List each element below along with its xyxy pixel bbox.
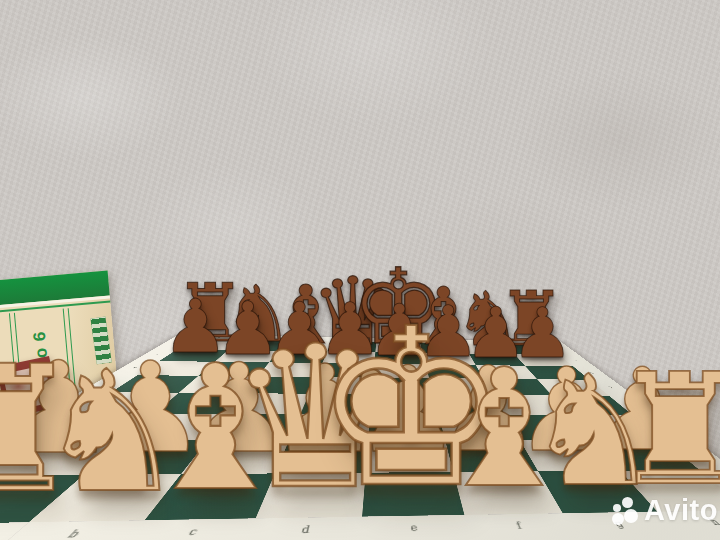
square-d3 — [289, 414, 370, 440]
box-art-graphic — [90, 317, 111, 365]
avito-watermark: Avito — [612, 494, 718, 527]
square-b8 — [228, 340, 286, 351]
square-c5 — [245, 376, 317, 393]
square-f5 — [429, 378, 493, 395]
square-e3 — [368, 414, 445, 439]
square-d4 — [300, 394, 372, 415]
square-e5 — [372, 378, 433, 395]
square-d7 — [322, 351, 375, 363]
square-e7 — [374, 352, 425, 364]
photo-scene: AMENT No 6 abcdefgh8877665544332211abcde… — [0, 0, 720, 540]
square-d5 — [309, 377, 373, 394]
file-label-bottom-c: c — [123, 518, 255, 540]
square-c8 — [278, 341, 331, 352]
file-label-bottom-e: e — [360, 515, 471, 540]
square-f7 — [422, 353, 475, 365]
square-e6 — [373, 364, 429, 378]
square-e1 — [362, 472, 464, 517]
square-d6 — [316, 363, 374, 377]
file-label-bottom-d: d — [244, 516, 362, 540]
watermark-text: Avito — [644, 494, 718, 527]
avito-logo-icon — [612, 497, 639, 524]
square-c6 — [258, 362, 322, 377]
square-c7 — [269, 351, 327, 363]
square-e4 — [370, 394, 438, 414]
file-label-bottom-f: f — [464, 513, 576, 539]
square-d1 — [255, 473, 365, 519]
square-d2 — [275, 440, 368, 474]
red-box-label — [3, 365, 53, 411]
square-e8 — [375, 342, 422, 353]
square-e2 — [365, 440, 453, 473]
square-f6 — [425, 364, 483, 378]
